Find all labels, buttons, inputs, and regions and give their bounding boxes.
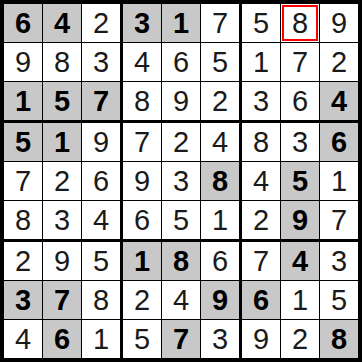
cell-r2c5[interactable]: 6 xyxy=(162,43,201,82)
cell-r7c5[interactable]: 8 xyxy=(162,242,201,281)
cell-r4c8[interactable]: 3 xyxy=(281,123,320,162)
cell-r6c4[interactable]: 6 xyxy=(123,201,162,242)
cell-r5c1[interactable]: 7 xyxy=(4,162,43,201)
cell-r6c8[interactable]: 9 xyxy=(281,201,320,242)
cell-r8c6[interactable]: 9 xyxy=(201,281,242,320)
cell-r8c7[interactable]: 6 xyxy=(242,281,281,320)
cell-r3c1[interactable]: 1 xyxy=(4,82,43,123)
cell-r4c7[interactable]: 8 xyxy=(242,123,281,162)
cell-r7c6[interactable]: 6 xyxy=(201,242,242,281)
cell-r3c6[interactable]: 2 xyxy=(201,82,242,123)
cell-r7c7[interactable]: 7 xyxy=(242,242,281,281)
cell-r4c1[interactable]: 5 xyxy=(4,123,43,162)
cell-r5c8[interactable]: 5 xyxy=(281,162,320,201)
cell-r9c2[interactable]: 6 xyxy=(43,320,82,358)
cell-r5c2[interactable]: 2 xyxy=(43,162,82,201)
cell-r5c7[interactable]: 4 xyxy=(242,162,281,201)
cell-r1c2[interactable]: 4 xyxy=(43,4,82,43)
cell-r5c3[interactable]: 6 xyxy=(82,162,123,201)
cell-r5c5[interactable]: 3 xyxy=(162,162,201,201)
cell-r4c5[interactable]: 2 xyxy=(162,123,201,162)
cell-r5c6[interactable]: 8 xyxy=(201,162,242,201)
cell-r2c4[interactable]: 4 xyxy=(123,43,162,82)
cell-r2c8[interactable]: 7 xyxy=(281,43,320,82)
cell-r6c9[interactable]: 7 xyxy=(320,201,358,242)
cell-r2c7[interactable]: 1 xyxy=(242,43,281,82)
cell-r6c3[interactable]: 4 xyxy=(82,201,123,242)
cell-r7c4[interactable]: 1 xyxy=(123,242,162,281)
sudoku-board: 6423175899834651721578923645197248367269… xyxy=(0,0,362,362)
cell-r9c5[interactable]: 7 xyxy=(162,320,201,358)
cell-r1c7[interactable]: 5 xyxy=(242,4,281,43)
cell-r1c8[interactable]: 8 xyxy=(281,4,320,43)
cell-r1c6[interactable]: 7 xyxy=(201,4,242,43)
cell-r8c1[interactable]: 3 xyxy=(4,281,43,320)
cell-r7c2[interactable]: 9 xyxy=(43,242,82,281)
cell-r8c3[interactable]: 8 xyxy=(82,281,123,320)
cell-r4c9[interactable]: 6 xyxy=(320,123,358,162)
cell-r2c1[interactable]: 9 xyxy=(4,43,43,82)
cell-r6c5[interactable]: 5 xyxy=(162,201,201,242)
cell-r3c8[interactable]: 6 xyxy=(281,82,320,123)
cell-r3c9[interactable]: 4 xyxy=(320,82,358,123)
cell-r1c5[interactable]: 1 xyxy=(162,4,201,43)
cell-r3c5[interactable]: 9 xyxy=(162,82,201,123)
cell-r8c4[interactable]: 2 xyxy=(123,281,162,320)
cell-r4c6[interactable]: 4 xyxy=(201,123,242,162)
cell-r9c3[interactable]: 1 xyxy=(82,320,123,358)
cell-r5c9[interactable]: 1 xyxy=(320,162,358,201)
cell-r8c9[interactable]: 5 xyxy=(320,281,358,320)
cell-r2c3[interactable]: 3 xyxy=(82,43,123,82)
cell-r1c9[interactable]: 9 xyxy=(320,4,358,43)
cell-r9c4[interactable]: 5 xyxy=(123,320,162,358)
cell-r8c8[interactable]: 1 xyxy=(281,281,320,320)
cell-r6c1[interactable]: 8 xyxy=(4,201,43,242)
cell-r2c2[interactable]: 8 xyxy=(43,43,82,82)
cell-r9c7[interactable]: 9 xyxy=(242,320,281,358)
cell-r5c4[interactable]: 9 xyxy=(123,162,162,201)
cell-r9c6[interactable]: 3 xyxy=(201,320,242,358)
cell-r1c3[interactable]: 2 xyxy=(82,4,123,43)
cell-r3c3[interactable]: 7 xyxy=(82,82,123,123)
cell-r4c3[interactable]: 9 xyxy=(82,123,123,162)
cell-r9c1[interactable]: 4 xyxy=(4,320,43,358)
cell-r3c2[interactable]: 5 xyxy=(43,82,82,123)
cell-r9c8[interactable]: 2 xyxy=(281,320,320,358)
cell-r4c4[interactable]: 7 xyxy=(123,123,162,162)
cell-r3c7[interactable]: 3 xyxy=(242,82,281,123)
cell-r7c1[interactable]: 2 xyxy=(4,242,43,281)
cell-r9c9[interactable]: 8 xyxy=(320,320,358,358)
cell-r6c7[interactable]: 2 xyxy=(242,201,281,242)
cell-r3c4[interactable]: 8 xyxy=(123,82,162,123)
cell-r1c4[interactable]: 3 xyxy=(123,4,162,43)
cell-r7c9[interactable]: 3 xyxy=(320,242,358,281)
cell-r2c9[interactable]: 2 xyxy=(320,43,358,82)
cell-r6c6[interactable]: 1 xyxy=(201,201,242,242)
cell-r2c6[interactable]: 5 xyxy=(201,43,242,82)
cell-r8c2[interactable]: 7 xyxy=(43,281,82,320)
cell-r4c2[interactable]: 1 xyxy=(43,123,82,162)
cell-r8c5[interactable]: 4 xyxy=(162,281,201,320)
cell-r7c3[interactable]: 5 xyxy=(82,242,123,281)
cell-r7c8[interactable]: 4 xyxy=(281,242,320,281)
cell-r1c1[interactable]: 6 xyxy=(4,4,43,43)
cell-r6c2[interactable]: 3 xyxy=(43,201,82,242)
